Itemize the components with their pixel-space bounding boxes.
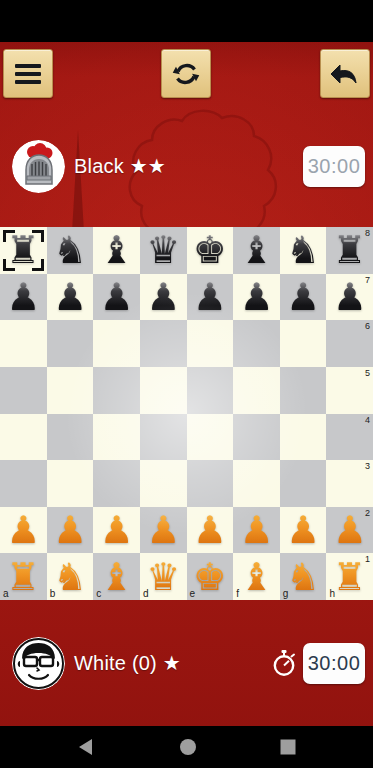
square-f2[interactable]: ♟	[233, 507, 280, 554]
piece-white-king: ♚	[193, 558, 227, 596]
piece-white-pawn: ♟	[146, 511, 180, 549]
square-b7[interactable]: ♟	[47, 274, 94, 321]
file-label-b: b	[50, 588, 56, 599]
white-player-name: White (0) ★	[74, 651, 181, 675]
piece-black-knight: ♞	[53, 231, 87, 269]
rank-label-7: 7	[365, 275, 370, 285]
file-label-d: d	[143, 588, 149, 599]
circle-icon	[178, 737, 198, 757]
piece-black-knight: ♞	[286, 231, 320, 269]
rank-label-6: 6	[365, 321, 370, 331]
piece-white-pawn: ♟	[333, 511, 367, 549]
piece-black-pawn: ♟	[193, 278, 227, 316]
square-d2[interactable]: ♟	[140, 507, 187, 554]
square-c1[interactable]: c♝	[93, 553, 140, 600]
square-c8[interactable]: ♝	[93, 227, 140, 274]
rank-label-3: 3	[365, 461, 370, 471]
square-h3[interactable]: 3	[326, 460, 373, 507]
piece-black-king: ♚	[193, 231, 227, 269]
square-f7[interactable]: ♟	[233, 274, 280, 321]
undo-arrow-icon	[329, 59, 361, 89]
square-a2[interactable]: ♟	[0, 507, 47, 554]
piece-black-queen: ♛	[146, 231, 180, 269]
piece-black-pawn: ♟	[333, 278, 367, 316]
square-e8[interactable]: ♚	[187, 227, 234, 274]
square-f1[interactable]: f♝	[233, 553, 280, 600]
square-b5[interactable]	[47, 367, 94, 414]
square-g5[interactable]	[280, 367, 327, 414]
piece-black-pawn: ♟	[100, 278, 134, 316]
square-a5[interactable]	[0, 367, 47, 414]
rank-label-8: 8	[365, 228, 370, 238]
square-c6[interactable]	[93, 320, 140, 367]
square-a6[interactable]	[0, 320, 47, 367]
square-e5[interactable]	[187, 367, 234, 414]
piece-white-queen: ♛	[146, 558, 180, 596]
square-e4[interactable]	[187, 414, 234, 461]
square-a4[interactable]	[0, 414, 47, 461]
square-g7[interactable]: ♟	[280, 274, 327, 321]
piece-white-pawn: ♟	[193, 511, 227, 549]
android-nav-bar	[0, 726, 373, 768]
white-player-row: White (0) ★ 30:00	[0, 636, 373, 690]
black-player-row: Black ★★ 30:00	[0, 139, 373, 193]
file-label-e: e	[190, 588, 196, 599]
square-d1[interactable]: d♛	[140, 553, 187, 600]
nav-home-button[interactable]	[174, 733, 202, 761]
square-c3[interactable]	[93, 460, 140, 507]
square-b1[interactable]: b♞	[47, 553, 94, 600]
white-clock: 30:00	[303, 643, 365, 684]
square-a1[interactable]: a♜	[0, 553, 47, 600]
piece-white-bishop: ♝	[100, 558, 134, 596]
square-f8[interactable]: ♝	[233, 227, 280, 274]
piece-black-pawn: ♟	[53, 278, 87, 316]
rank-label-2: 2	[365, 508, 370, 518]
square-e3[interactable]	[187, 460, 234, 507]
status-bar	[0, 0, 373, 42]
selection-corner-tr	[32, 230, 44, 242]
square-h8[interactable]: 8♜	[326, 227, 373, 274]
square-f3[interactable]	[233, 460, 280, 507]
square-d5[interactable]	[140, 367, 187, 414]
flip-board-button[interactable]	[161, 49, 211, 98]
square-c4[interactable]	[93, 414, 140, 461]
square-f5[interactable]	[233, 367, 280, 414]
piece-white-bishop: ♝	[239, 558, 273, 596]
square-c7[interactable]: ♟	[93, 274, 140, 321]
piece-black-pawn: ♟	[239, 278, 273, 316]
piece-black-pawn: ♟	[146, 278, 180, 316]
refresh-icon	[171, 59, 201, 89]
black-clock: 30:00	[303, 146, 365, 187]
file-label-f: f	[236, 588, 239, 599]
square-g2[interactable]: ♟	[280, 507, 327, 554]
piece-black-rook: ♜	[333, 231, 367, 269]
square-a7[interactable]: ♟	[0, 274, 47, 321]
square-b2[interactable]: ♟	[47, 507, 94, 554]
piece-white-pawn: ♟	[286, 511, 320, 549]
square-e2[interactable]: ♟	[187, 507, 234, 554]
piece-white-rook: ♜	[6, 558, 40, 596]
square-d7[interactable]: ♟	[140, 274, 187, 321]
rank-label-4: 4	[365, 415, 370, 425]
square-f4[interactable]	[233, 414, 280, 461]
undo-button[interactable]	[320, 49, 370, 98]
square-d3[interactable]	[140, 460, 187, 507]
piece-white-rook: ♜	[333, 558, 367, 596]
white-avatar-face	[12, 637, 65, 690]
selection-corner-br	[32, 259, 44, 271]
square-b4[interactable]	[47, 414, 94, 461]
piece-black-bishop: ♝	[239, 231, 273, 269]
rank-label-1: 1	[365, 554, 370, 564]
piece-white-pawn: ♟	[53, 511, 87, 549]
triangle-left-icon	[76, 737, 96, 757]
square-d8[interactable]: ♛	[140, 227, 187, 274]
square-h2[interactable]: 2♟	[326, 507, 373, 554]
square-h6[interactable]: 6	[326, 320, 373, 367]
square-c2[interactable]: ♟	[93, 507, 140, 554]
square-d4[interactable]	[140, 414, 187, 461]
hamburger-icon	[15, 60, 41, 88]
square-icon	[279, 738, 297, 756]
chess-board: ♜♞♝♛♚♝♞8♜♟♟♟♟♟♟♟7♟6543♟♟♟♟♟♟♟2♟a♜b♞c♝d♛e…	[0, 227, 373, 600]
square-a8-selected[interactable]: ♜	[0, 227, 47, 274]
piece-white-knight: ♞	[53, 558, 87, 596]
square-d6[interactable]	[140, 320, 187, 367]
nav-back-button[interactable]	[72, 733, 100, 761]
menu-button[interactable]	[3, 49, 53, 98]
square-b8[interactable]: ♞	[47, 227, 94, 274]
piece-white-pawn: ♟	[6, 511, 40, 549]
app-screen: Black ★★ 30:00 ♜♞♝♛♚♝♞8♜♟♟♟♟♟♟♟7♟6543♟♟♟…	[0, 0, 373, 768]
black-player-name: Black ★★	[74, 154, 166, 178]
square-h1[interactable]: 1h♜	[326, 553, 373, 600]
stopwatch-icon	[271, 649, 297, 677]
square-f6[interactable]	[233, 320, 280, 367]
square-e1[interactable]: e♚	[187, 553, 234, 600]
square-g6[interactable]	[280, 320, 327, 367]
square-e7[interactable]: ♟	[187, 274, 234, 321]
file-label-c: c	[96, 588, 101, 599]
square-c5[interactable]	[93, 367, 140, 414]
piece-white-knight: ♞	[286, 558, 320, 596]
piece-white-pawn: ♟	[239, 511, 273, 549]
square-g4[interactable]	[280, 414, 327, 461]
square-b6[interactable]	[47, 320, 94, 367]
square-e6[interactable]	[187, 320, 234, 367]
square-b3[interactable]	[47, 460, 94, 507]
rank-label-5: 5	[365, 368, 370, 378]
piece-black-pawn: ♟	[6, 278, 40, 316]
file-label-g: g	[283, 588, 289, 599]
nav-recents-button[interactable]	[275, 734, 301, 760]
black-avatar-knight-helmet	[12, 140, 65, 193]
file-label-h: h	[329, 588, 335, 599]
piece-white-pawn: ♟	[100, 511, 134, 549]
square-a3[interactable]	[0, 460, 47, 507]
piece-black-bishop: ♝	[100, 231, 134, 269]
file-label-a: a	[3, 588, 9, 599]
piece-black-pawn: ♟	[286, 278, 320, 316]
square-h5[interactable]: 5	[326, 367, 373, 414]
square-h7[interactable]: 7♟	[326, 274, 373, 321]
selection-corner-tl	[3, 230, 15, 242]
square-g1[interactable]: g♞	[280, 553, 327, 600]
selection-corner-bl	[3, 259, 15, 271]
square-h4[interactable]: 4	[326, 414, 373, 461]
square-g8[interactable]: ♞	[280, 227, 327, 274]
square-g3[interactable]	[280, 460, 327, 507]
